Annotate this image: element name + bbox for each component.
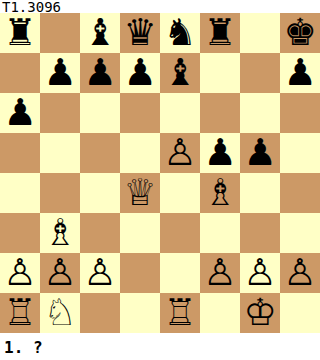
square-e2[interactable] xyxy=(160,253,200,293)
piece-black-rook: ♜ xyxy=(3,13,36,53)
piece-white-pawn: ♙ xyxy=(283,253,316,293)
square-f2[interactable]: ♙ xyxy=(200,253,240,293)
square-h3[interactable] xyxy=(280,213,320,253)
square-h6[interactable] xyxy=(280,93,320,133)
square-f1[interactable] xyxy=(200,293,240,333)
square-b1[interactable]: ♘ xyxy=(40,293,80,333)
square-h7[interactable]: ♟ xyxy=(280,53,320,93)
square-b5[interactable] xyxy=(40,133,80,173)
square-c7[interactable]: ♟ xyxy=(80,53,120,93)
square-d1[interactable] xyxy=(120,293,160,333)
square-e1[interactable]: ♖ xyxy=(160,293,200,333)
square-g8[interactable] xyxy=(240,13,280,53)
square-c8[interactable]: ♝ xyxy=(80,13,120,53)
square-d7[interactable]: ♟ xyxy=(120,53,160,93)
square-d5[interactable] xyxy=(120,133,160,173)
square-b2[interactable]: ♙ xyxy=(40,253,80,293)
square-g1[interactable]: ♔ xyxy=(240,293,280,333)
piece-white-pawn: ♙ xyxy=(3,253,36,293)
square-d2[interactable] xyxy=(120,253,160,293)
square-g5[interactable]: ♟ xyxy=(240,133,280,173)
square-e7[interactable]: ♝ xyxy=(160,53,200,93)
piece-black-pawn: ♟ xyxy=(123,53,156,93)
page-title: T1.3096 xyxy=(2,0,61,14)
square-b6[interactable] xyxy=(40,93,80,133)
piece-white-pawn: ♙ xyxy=(203,253,236,293)
piece-black-pawn: ♟ xyxy=(3,93,36,133)
piece-black-knight: ♞ xyxy=(163,13,196,53)
piece-white-pawn: ♙ xyxy=(243,253,276,293)
square-d4[interactable]: ♕ xyxy=(120,173,160,213)
square-a6[interactable]: ♟ xyxy=(0,93,40,133)
square-d3[interactable] xyxy=(120,213,160,253)
square-f6[interactable] xyxy=(200,93,240,133)
square-g6[interactable] xyxy=(240,93,280,133)
piece-white-bishop: ♗ xyxy=(203,173,236,213)
piece-black-bishop: ♝ xyxy=(163,53,196,93)
square-g3[interactable] xyxy=(240,213,280,253)
piece-black-queen: ♛ xyxy=(123,13,156,53)
square-h2[interactable]: ♙ xyxy=(280,253,320,293)
square-c3[interactable] xyxy=(80,213,120,253)
square-d8[interactable]: ♛ xyxy=(120,13,160,53)
square-b4[interactable] xyxy=(40,173,80,213)
piece-white-rook: ♖ xyxy=(163,293,196,333)
square-c2[interactable]: ♙ xyxy=(80,253,120,293)
piece-black-rook: ♜ xyxy=(203,13,236,53)
square-e4[interactable] xyxy=(160,173,200,213)
square-h4[interactable] xyxy=(280,173,320,213)
square-e6[interactable] xyxy=(160,93,200,133)
piece-white-queen: ♕ xyxy=(123,173,156,213)
square-a1[interactable]: ♖ xyxy=(0,293,40,333)
square-e5[interactable]: ♙ xyxy=(160,133,200,173)
square-c6[interactable] xyxy=(80,93,120,133)
square-f4[interactable]: ♗ xyxy=(200,173,240,213)
chess-board: ♜♝♛♞♜♚♟♟♟♝♟♟♙♟♟♕♗♗♙♙♙♙♙♙♖♘♖♔ xyxy=(0,13,320,333)
square-a8[interactable]: ♜ xyxy=(0,13,40,53)
piece-black-king: ♚ xyxy=(283,13,316,53)
piece-black-pawn: ♟ xyxy=(43,53,76,93)
square-e8[interactable]: ♞ xyxy=(160,13,200,53)
square-h1[interactable] xyxy=(280,293,320,333)
piece-black-pawn: ♟ xyxy=(243,133,276,173)
square-a3[interactable] xyxy=(0,213,40,253)
piece-white-pawn: ♙ xyxy=(163,133,196,173)
square-h5[interactable] xyxy=(280,133,320,173)
chess-puzzle-window: T1.3096 ♜♝♛♞♜♚♟♟♟♝♟♟♙♟♟♕♗♗♙♙♙♙♙♙♖♘♖♔ 1. … xyxy=(0,0,320,360)
square-f7[interactable] xyxy=(200,53,240,93)
square-e3[interactable] xyxy=(160,213,200,253)
square-f3[interactable] xyxy=(200,213,240,253)
square-f8[interactable]: ♜ xyxy=(200,13,240,53)
square-c4[interactable] xyxy=(80,173,120,213)
piece-white-rook: ♖ xyxy=(3,293,36,333)
square-h8[interactable]: ♚ xyxy=(280,13,320,53)
square-g4[interactable] xyxy=(240,173,280,213)
piece-white-knight: ♘ xyxy=(43,293,76,333)
square-b7[interactable]: ♟ xyxy=(40,53,80,93)
square-g7[interactable] xyxy=(240,53,280,93)
piece-white-pawn: ♙ xyxy=(83,253,116,293)
square-b3[interactable]: ♗ xyxy=(40,213,80,253)
square-c1[interactable] xyxy=(80,293,120,333)
piece-black-bishop: ♝ xyxy=(83,13,116,53)
piece-black-pawn: ♟ xyxy=(203,133,236,173)
piece-white-pawn: ♙ xyxy=(43,253,76,293)
square-a4[interactable] xyxy=(0,173,40,213)
piece-white-king: ♔ xyxy=(243,293,276,333)
piece-black-pawn: ♟ xyxy=(83,53,116,93)
square-c5[interactable] xyxy=(80,133,120,173)
piece-white-bishop: ♗ xyxy=(43,213,76,253)
square-a5[interactable] xyxy=(0,133,40,173)
piece-black-pawn: ♟ xyxy=(283,53,316,93)
square-a7[interactable] xyxy=(0,53,40,93)
square-d6[interactable] xyxy=(120,93,160,133)
square-g2[interactable]: ♙ xyxy=(240,253,280,293)
square-a2[interactable]: ♙ xyxy=(0,253,40,293)
square-b8[interactable] xyxy=(40,13,80,53)
move-prompt: 1. ? xyxy=(4,339,43,357)
square-f5[interactable]: ♟ xyxy=(200,133,240,173)
